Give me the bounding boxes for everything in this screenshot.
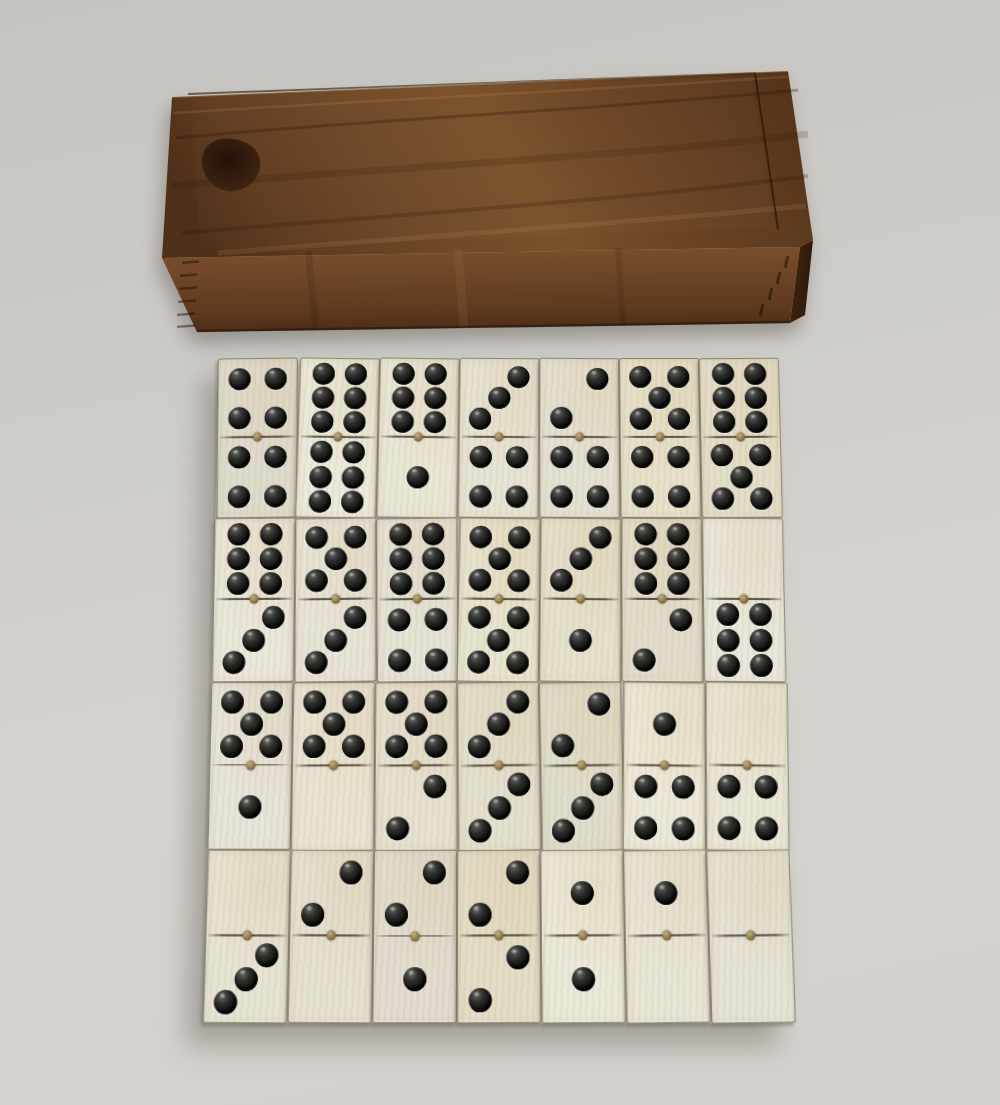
half-top xyxy=(540,682,622,766)
pip xyxy=(310,441,333,464)
pip xyxy=(423,572,446,595)
pip xyxy=(633,648,656,671)
pip xyxy=(634,522,656,545)
pip xyxy=(750,487,773,509)
pip xyxy=(487,628,510,651)
domino-grid xyxy=(203,358,794,1023)
pip xyxy=(587,691,610,714)
pip xyxy=(672,774,695,798)
domino-6-5[interactable] xyxy=(699,358,783,518)
brass-spinner-pin xyxy=(249,594,258,603)
pip xyxy=(755,816,778,840)
pip xyxy=(264,406,286,428)
brass-spinner-pin xyxy=(329,760,338,770)
domino-2-1[interactable] xyxy=(372,850,457,1023)
half-top xyxy=(622,518,702,599)
brass-spinner-pin xyxy=(412,760,421,770)
pip xyxy=(587,446,609,468)
half-top xyxy=(458,851,540,936)
pip xyxy=(488,387,510,409)
pip xyxy=(667,523,689,546)
pip xyxy=(717,774,740,798)
half-bottom xyxy=(540,437,619,517)
pip xyxy=(570,547,592,570)
pip xyxy=(260,522,283,545)
pip xyxy=(587,486,609,508)
half-bottom xyxy=(204,936,288,1023)
pip xyxy=(488,795,511,819)
half-top xyxy=(206,851,290,937)
pip xyxy=(341,490,364,513)
pip xyxy=(238,795,261,819)
half-top xyxy=(460,359,539,438)
box-front-panel xyxy=(162,247,800,332)
pip xyxy=(667,547,690,570)
pip xyxy=(750,653,773,676)
pip xyxy=(229,368,251,390)
half-bottom xyxy=(540,599,620,681)
pip xyxy=(469,818,492,842)
pip xyxy=(469,485,491,508)
pip xyxy=(668,486,691,508)
brass-spinner-pin xyxy=(739,594,748,603)
brass-spinner-pin xyxy=(655,433,664,442)
pip xyxy=(552,818,575,842)
pip xyxy=(572,967,595,991)
brass-spinner-pin xyxy=(743,760,752,770)
pip xyxy=(344,569,366,592)
pip xyxy=(716,628,739,651)
pip xyxy=(745,387,768,409)
domino-1-1[interactable] xyxy=(540,850,626,1024)
pip xyxy=(228,486,250,509)
pip xyxy=(506,690,529,713)
pip xyxy=(745,411,768,433)
pip xyxy=(406,466,429,489)
brass-spinner-pin xyxy=(413,594,422,603)
brass-spinner-pin xyxy=(576,594,585,603)
pip xyxy=(305,569,327,592)
pip xyxy=(308,490,331,513)
pip xyxy=(264,445,286,468)
pip xyxy=(405,712,428,735)
pip xyxy=(344,387,367,409)
pip xyxy=(717,653,740,676)
pip xyxy=(667,408,689,430)
pip xyxy=(667,366,689,388)
pip xyxy=(468,606,491,629)
half-top xyxy=(703,518,784,599)
half-bottom xyxy=(292,765,374,849)
domino-6-1[interactable] xyxy=(376,358,459,519)
pip xyxy=(391,387,414,409)
half-bottom xyxy=(707,765,789,850)
pip xyxy=(306,526,328,549)
domino-5-4[interactable] xyxy=(619,358,702,518)
pip xyxy=(749,444,772,466)
half-top xyxy=(210,683,292,766)
pip xyxy=(255,944,279,968)
pip xyxy=(221,690,244,713)
box-sliding-lid[interactable] xyxy=(191,76,774,250)
pip xyxy=(388,608,411,631)
half-bottom xyxy=(458,936,540,1022)
brass-spinner-pin xyxy=(658,594,667,603)
domino-2-4[interactable] xyxy=(539,358,620,518)
pip xyxy=(422,547,445,570)
half-bottom xyxy=(704,599,785,681)
wooden-box xyxy=(158,68,816,346)
pip xyxy=(309,465,332,488)
half-top xyxy=(299,358,379,437)
brass-spinner-pin xyxy=(660,760,669,770)
pip xyxy=(654,881,678,905)
pip xyxy=(260,690,283,713)
pip xyxy=(672,816,695,840)
pip xyxy=(342,690,365,713)
pip xyxy=(634,774,657,798)
pip xyxy=(507,569,530,592)
pip xyxy=(718,816,741,840)
pip xyxy=(389,572,412,595)
brass-spinner-pin xyxy=(577,760,587,770)
half-bottom xyxy=(217,437,296,518)
domino-5-1[interactable] xyxy=(207,682,293,850)
half-top xyxy=(374,851,456,936)
pip xyxy=(392,363,414,385)
domino-2-2[interactable] xyxy=(457,850,542,1024)
brass-spinner-pin xyxy=(736,433,745,442)
half-bottom xyxy=(624,765,705,850)
pip xyxy=(345,363,368,385)
half-bottom xyxy=(701,437,782,517)
half-bottom xyxy=(376,765,457,849)
pip xyxy=(234,967,258,991)
half-bottom xyxy=(373,936,456,1022)
pip xyxy=(550,569,573,592)
pip xyxy=(342,734,365,757)
pip xyxy=(223,650,246,673)
pip xyxy=(322,712,345,735)
pip xyxy=(391,411,414,433)
pip xyxy=(311,387,334,409)
pip xyxy=(551,733,574,757)
pip xyxy=(227,523,250,546)
half-bottom xyxy=(458,598,539,681)
half-bottom xyxy=(622,599,702,681)
pip xyxy=(586,368,608,390)
pip xyxy=(506,606,529,629)
pip xyxy=(730,466,753,488)
domino-0-3[interactable] xyxy=(203,850,292,1024)
pip xyxy=(507,772,530,796)
pip xyxy=(507,366,529,388)
pip xyxy=(634,547,656,570)
pip xyxy=(750,628,773,651)
brass-spinner-pin xyxy=(494,433,503,442)
pip xyxy=(344,606,367,629)
pip xyxy=(220,735,243,758)
pip xyxy=(590,772,613,796)
half-top xyxy=(541,851,624,937)
half-top xyxy=(540,359,619,438)
domino-3-1[interactable] xyxy=(539,517,621,682)
pip xyxy=(716,603,739,626)
domino-2-3[interactable] xyxy=(539,681,625,851)
half-bottom xyxy=(459,765,541,850)
domino-6-4[interactable] xyxy=(376,517,459,682)
domino-6-6[interactable] xyxy=(295,357,380,518)
pip xyxy=(214,990,238,1014)
pip xyxy=(240,712,263,735)
half-bottom xyxy=(710,935,795,1022)
pip xyxy=(470,446,492,468)
pip xyxy=(259,735,282,758)
pip xyxy=(228,446,250,469)
brass-spinner-pin xyxy=(331,594,340,603)
pip xyxy=(228,407,250,429)
brass-spinner-pin xyxy=(410,931,420,941)
domino-2-0[interactable] xyxy=(287,850,374,1024)
pip xyxy=(425,363,447,385)
domino-1-4[interactable] xyxy=(623,681,706,851)
domino-1-0[interactable] xyxy=(623,850,711,1024)
domino-5-3[interactable] xyxy=(294,517,376,682)
pip xyxy=(342,466,365,489)
pip xyxy=(424,387,446,409)
pip xyxy=(303,735,326,758)
pip xyxy=(344,525,366,548)
pip xyxy=(386,735,409,758)
pip xyxy=(301,903,324,927)
half-top xyxy=(293,682,374,765)
pip xyxy=(668,572,691,595)
domino-0-0[interactable] xyxy=(706,849,796,1024)
brass-spinner-pin xyxy=(575,433,584,442)
domino-5-0[interactable] xyxy=(291,681,375,850)
pip xyxy=(487,712,510,735)
domino-6-3[interactable] xyxy=(212,517,296,682)
pip xyxy=(506,945,529,969)
half-top xyxy=(624,851,708,937)
half-bottom xyxy=(378,598,459,681)
pip xyxy=(388,649,411,672)
half-top xyxy=(376,682,457,765)
pip xyxy=(242,628,265,651)
half-bottom xyxy=(213,599,294,681)
pip xyxy=(634,572,657,595)
half-bottom xyxy=(626,936,710,1023)
pip xyxy=(469,988,492,1012)
brass-spinner-pin xyxy=(494,760,503,770)
half-bottom xyxy=(289,936,373,1022)
half-top xyxy=(214,518,294,599)
pip xyxy=(265,367,287,389)
pip xyxy=(467,650,490,673)
pip xyxy=(712,411,735,433)
pip xyxy=(506,446,528,468)
pip xyxy=(744,363,767,385)
half-top xyxy=(706,682,787,766)
half-top xyxy=(459,518,540,600)
pip xyxy=(488,547,511,570)
pip xyxy=(312,362,335,384)
domino-0-4[interactable] xyxy=(705,681,789,850)
pip xyxy=(711,444,734,466)
half-bottom xyxy=(542,936,625,1023)
half-top xyxy=(707,851,791,937)
pip xyxy=(653,712,676,736)
pip xyxy=(571,795,594,819)
pip xyxy=(749,603,772,626)
pip xyxy=(424,690,447,713)
pip xyxy=(469,903,492,927)
domino-3-3[interactable] xyxy=(457,681,542,850)
pip xyxy=(631,446,653,468)
pip xyxy=(305,650,328,673)
pip xyxy=(468,735,491,759)
pip xyxy=(712,387,735,409)
half-top xyxy=(290,851,373,936)
domino-0-6[interactable] xyxy=(702,517,786,681)
pip xyxy=(227,547,250,570)
pip xyxy=(389,523,411,546)
pip xyxy=(423,860,446,884)
pip xyxy=(423,774,446,798)
pip xyxy=(712,487,735,509)
half-top xyxy=(620,359,699,437)
pip xyxy=(425,607,448,630)
pip xyxy=(469,569,492,592)
half-bottom xyxy=(296,437,377,518)
pip xyxy=(506,650,529,673)
pip xyxy=(343,441,366,464)
half-top xyxy=(700,359,780,438)
domino-4-4[interactable] xyxy=(216,357,297,518)
pip xyxy=(324,628,347,651)
domino-3-4[interactable] xyxy=(458,358,540,518)
pip xyxy=(550,485,572,507)
half-bottom xyxy=(541,765,624,850)
brass-spinner-pin xyxy=(494,594,503,603)
half-bottom xyxy=(296,599,376,681)
pip xyxy=(667,446,690,468)
pip xyxy=(630,408,652,430)
half-top xyxy=(624,682,705,766)
pip xyxy=(754,774,777,798)
pip xyxy=(550,446,572,468)
pip xyxy=(629,366,651,388)
domino-5-5[interactable] xyxy=(457,517,541,682)
pip xyxy=(262,606,285,629)
half-bottom xyxy=(459,437,538,517)
pip xyxy=(470,525,493,548)
pip xyxy=(571,881,594,905)
pip xyxy=(648,387,670,409)
pip xyxy=(505,486,527,509)
pip xyxy=(469,408,491,430)
pip xyxy=(343,411,366,433)
half-bottom xyxy=(208,765,291,849)
half-top xyxy=(379,359,459,438)
half-top xyxy=(218,358,297,437)
pip xyxy=(226,572,249,595)
pip xyxy=(303,690,326,713)
pip xyxy=(422,522,445,545)
half-bottom xyxy=(378,437,458,517)
pip xyxy=(508,526,531,549)
pip xyxy=(550,406,572,428)
pip xyxy=(385,903,408,927)
pip xyxy=(634,816,657,840)
half-bottom xyxy=(621,437,701,516)
pip xyxy=(425,648,448,671)
pip xyxy=(669,608,692,631)
pip xyxy=(389,548,412,571)
photo-scene xyxy=(0,0,1000,1105)
pip xyxy=(424,411,446,433)
pip xyxy=(386,816,409,840)
half-top xyxy=(296,518,376,599)
pip xyxy=(339,860,362,884)
half-top xyxy=(377,518,457,600)
pip xyxy=(386,690,409,713)
half-top xyxy=(458,682,539,766)
pip xyxy=(506,860,529,884)
pip xyxy=(589,526,611,549)
pip xyxy=(711,363,734,385)
pip xyxy=(424,734,447,757)
domino-5-2[interactable] xyxy=(375,681,458,850)
domino-6-2[interactable] xyxy=(621,517,704,682)
pip xyxy=(264,485,286,508)
pip xyxy=(569,628,592,651)
pip xyxy=(325,547,347,570)
pip xyxy=(260,572,283,595)
pip xyxy=(631,486,654,508)
pip xyxy=(403,967,426,991)
pip xyxy=(260,547,283,570)
pip xyxy=(310,411,333,433)
half-top xyxy=(541,518,621,599)
